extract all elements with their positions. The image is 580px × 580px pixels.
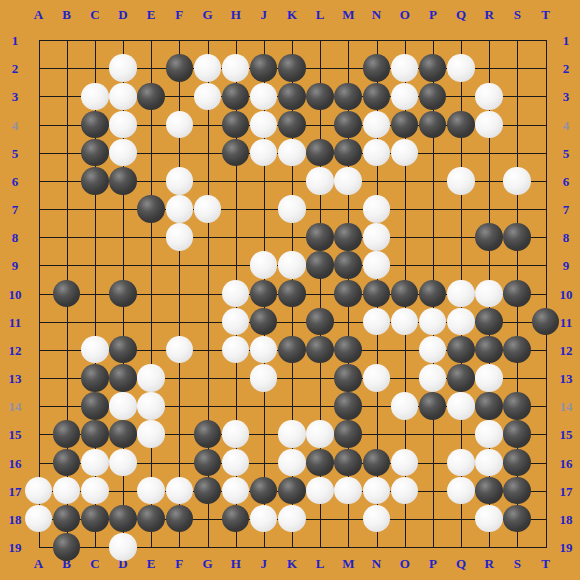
intersection-O19[interactable] (390, 533, 418, 561)
intersection-K4[interactable] (278, 110, 306, 138)
intersection-O2[interactable] (390, 54, 418, 82)
intersection-A19[interactable] (24, 533, 52, 561)
intersection-J5[interactable] (250, 139, 278, 167)
intersection-A13[interactable] (24, 364, 52, 392)
intersection-H15[interactable] (222, 420, 250, 448)
intersection-D11[interactable] (109, 307, 137, 335)
intersection-B6[interactable] (53, 167, 81, 195)
intersection-T17[interactable] (531, 476, 559, 504)
intersection-R6[interactable] (475, 167, 503, 195)
intersection-L15[interactable] (306, 420, 334, 448)
intersection-D8[interactable] (109, 223, 137, 251)
intersection-M16[interactable] (334, 448, 362, 476)
intersection-L9[interactable] (306, 251, 334, 279)
intersection-T14[interactable] (531, 392, 559, 420)
intersection-L18[interactable] (306, 505, 334, 533)
intersection-L6[interactable] (306, 167, 334, 195)
intersection-N3[interactable] (362, 82, 390, 110)
intersection-A7[interactable] (24, 195, 52, 223)
intersection-E15[interactable] (137, 420, 165, 448)
intersection-N7[interactable] (362, 195, 390, 223)
intersection-M10[interactable] (334, 279, 362, 307)
intersection-G13[interactable] (193, 364, 221, 392)
intersection-M8[interactable] (334, 223, 362, 251)
intersection-Q18[interactable] (447, 505, 475, 533)
intersection-H16[interactable] (222, 448, 250, 476)
intersection-N12[interactable] (362, 336, 390, 364)
intersection-M3[interactable] (334, 82, 362, 110)
intersection-J14[interactable] (250, 392, 278, 420)
intersection-E2[interactable] (137, 54, 165, 82)
intersection-G2[interactable] (193, 54, 221, 82)
intersection-T12[interactable] (531, 336, 559, 364)
intersection-R16[interactable] (475, 448, 503, 476)
intersection-K1[interactable] (278, 26, 306, 54)
intersection-L7[interactable] (306, 195, 334, 223)
intersection-P2[interactable] (419, 54, 447, 82)
intersection-S4[interactable] (503, 110, 531, 138)
intersection-M2[interactable] (334, 54, 362, 82)
intersection-N18[interactable] (362, 505, 390, 533)
intersection-O6[interactable] (390, 167, 418, 195)
intersection-Q5[interactable] (447, 139, 475, 167)
intersection-H3[interactable] (222, 82, 250, 110)
intersection-H13[interactable] (222, 364, 250, 392)
intersection-N5[interactable] (362, 139, 390, 167)
intersection-C8[interactable] (81, 223, 109, 251)
intersection-K16[interactable] (278, 448, 306, 476)
intersection-Q15[interactable] (447, 420, 475, 448)
intersection-J10[interactable] (250, 279, 278, 307)
intersection-P7[interactable] (419, 195, 447, 223)
intersection-B11[interactable] (53, 307, 81, 335)
intersection-D7[interactable] (109, 195, 137, 223)
intersection-J12[interactable] (250, 336, 278, 364)
intersection-J9[interactable] (250, 251, 278, 279)
intersection-K17[interactable] (278, 476, 306, 504)
intersection-Q7[interactable] (447, 195, 475, 223)
intersection-M4[interactable] (334, 110, 362, 138)
intersection-P17[interactable] (419, 476, 447, 504)
intersection-E3[interactable] (137, 82, 165, 110)
intersection-T1[interactable] (531, 26, 559, 54)
intersection-B12[interactable] (53, 336, 81, 364)
intersection-E7[interactable] (137, 195, 165, 223)
intersection-C16[interactable] (81, 448, 109, 476)
intersection-G1[interactable] (193, 26, 221, 54)
intersection-F12[interactable] (165, 336, 193, 364)
intersection-M13[interactable] (334, 364, 362, 392)
intersection-K6[interactable] (278, 167, 306, 195)
intersection-J2[interactable] (250, 54, 278, 82)
intersection-R9[interactable] (475, 251, 503, 279)
intersection-T3[interactable] (531, 82, 559, 110)
intersection-Q12[interactable] (447, 336, 475, 364)
intersection-N10[interactable] (362, 279, 390, 307)
intersection-F18[interactable] (165, 505, 193, 533)
intersection-R17[interactable] (475, 476, 503, 504)
intersection-G8[interactable] (193, 223, 221, 251)
intersection-J18[interactable] (250, 505, 278, 533)
intersection-O7[interactable] (390, 195, 418, 223)
intersection-B15[interactable] (53, 420, 81, 448)
intersection-O8[interactable] (390, 223, 418, 251)
intersection-D9[interactable] (109, 251, 137, 279)
intersection-M19[interactable] (334, 533, 362, 561)
intersection-B17[interactable] (53, 476, 81, 504)
intersection-H17[interactable] (222, 476, 250, 504)
intersection-E19[interactable] (137, 533, 165, 561)
intersection-C19[interactable] (81, 533, 109, 561)
intersection-P3[interactable] (419, 82, 447, 110)
intersection-O3[interactable] (390, 82, 418, 110)
intersection-P12[interactable] (419, 336, 447, 364)
intersection-J1[interactable] (250, 26, 278, 54)
intersection-R15[interactable] (475, 420, 503, 448)
intersection-Q3[interactable] (447, 82, 475, 110)
intersection-A9[interactable] (24, 251, 52, 279)
intersection-F14[interactable] (165, 392, 193, 420)
intersection-F1[interactable] (165, 26, 193, 54)
intersection-S18[interactable] (503, 505, 531, 533)
intersection-D10[interactable] (109, 279, 137, 307)
intersection-B9[interactable] (53, 251, 81, 279)
intersection-J16[interactable] (250, 448, 278, 476)
intersection-K10[interactable] (278, 279, 306, 307)
intersection-J11[interactable] (250, 307, 278, 335)
intersection-S17[interactable] (503, 476, 531, 504)
intersection-G14[interactable] (193, 392, 221, 420)
intersection-F7[interactable] (165, 195, 193, 223)
intersection-L3[interactable] (306, 82, 334, 110)
intersection-F17[interactable] (165, 476, 193, 504)
intersection-N19[interactable] (362, 533, 390, 561)
intersection-G15[interactable] (193, 420, 221, 448)
intersection-E18[interactable] (137, 505, 165, 533)
intersection-Q10[interactable] (447, 279, 475, 307)
intersection-B5[interactable] (53, 139, 81, 167)
intersection-R13[interactable] (475, 364, 503, 392)
intersection-C15[interactable] (81, 420, 109, 448)
intersection-T10[interactable] (531, 279, 559, 307)
intersection-E13[interactable] (137, 364, 165, 392)
intersection-H9[interactable] (222, 251, 250, 279)
intersection-T2[interactable] (531, 54, 559, 82)
intersection-J3[interactable] (250, 82, 278, 110)
intersection-B10[interactable] (53, 279, 81, 307)
intersection-A10[interactable] (24, 279, 52, 307)
intersection-M5[interactable] (334, 139, 362, 167)
intersection-R2[interactable] (475, 54, 503, 82)
intersection-L16[interactable] (306, 448, 334, 476)
intersection-R19[interactable] (475, 533, 503, 561)
intersection-A2[interactable] (24, 54, 52, 82)
intersection-S15[interactable] (503, 420, 531, 448)
intersection-P14[interactable] (419, 392, 447, 420)
intersection-O4[interactable] (390, 110, 418, 138)
intersection-A3[interactable] (24, 82, 52, 110)
intersection-D12[interactable] (109, 336, 137, 364)
intersection-H19[interactable] (222, 533, 250, 561)
intersection-D4[interactable] (109, 110, 137, 138)
intersection-N8[interactable] (362, 223, 390, 251)
intersection-P10[interactable] (419, 279, 447, 307)
intersection-E1[interactable] (137, 26, 165, 54)
intersection-B3[interactable] (53, 82, 81, 110)
intersection-G4[interactable] (193, 110, 221, 138)
intersection-O16[interactable] (390, 448, 418, 476)
intersection-E14[interactable] (137, 392, 165, 420)
intersection-O18[interactable] (390, 505, 418, 533)
intersection-T16[interactable] (531, 448, 559, 476)
intersection-T7[interactable] (531, 195, 559, 223)
intersection-H1[interactable] (222, 26, 250, 54)
intersection-A8[interactable] (24, 223, 52, 251)
intersection-Q11[interactable] (447, 307, 475, 335)
intersection-F15[interactable] (165, 420, 193, 448)
intersection-R3[interactable] (475, 82, 503, 110)
intersection-T5[interactable] (531, 139, 559, 167)
intersection-K5[interactable] (278, 139, 306, 167)
intersection-M11[interactable] (334, 307, 362, 335)
intersection-D17[interactable] (109, 476, 137, 504)
intersection-D6[interactable] (109, 167, 137, 195)
intersection-D3[interactable] (109, 82, 137, 110)
intersection-H12[interactable] (222, 336, 250, 364)
intersection-J17[interactable] (250, 476, 278, 504)
intersection-J7[interactable] (250, 195, 278, 223)
intersection-K18[interactable] (278, 505, 306, 533)
intersection-C18[interactable] (81, 505, 109, 533)
intersection-O13[interactable] (390, 364, 418, 392)
intersection-R4[interactable] (475, 110, 503, 138)
intersection-C17[interactable] (81, 476, 109, 504)
intersection-B2[interactable] (53, 54, 81, 82)
intersection-C5[interactable] (81, 139, 109, 167)
intersection-Q14[interactable] (447, 392, 475, 420)
intersection-A11[interactable] (24, 307, 52, 335)
intersection-H11[interactable] (222, 307, 250, 335)
intersection-L5[interactable] (306, 139, 334, 167)
intersection-Q17[interactable] (447, 476, 475, 504)
intersection-H2[interactable] (222, 54, 250, 82)
intersection-K3[interactable] (278, 82, 306, 110)
intersection-E5[interactable] (137, 139, 165, 167)
intersection-T8[interactable] (531, 223, 559, 251)
intersection-L17[interactable] (306, 476, 334, 504)
intersection-O17[interactable] (390, 476, 418, 504)
intersection-A4[interactable] (24, 110, 52, 138)
intersection-S14[interactable] (503, 392, 531, 420)
intersection-J4[interactable] (250, 110, 278, 138)
intersection-M18[interactable] (334, 505, 362, 533)
intersection-S3[interactable] (503, 82, 531, 110)
intersection-F19[interactable] (165, 533, 193, 561)
intersection-F11[interactable] (165, 307, 193, 335)
intersection-H14[interactable] (222, 392, 250, 420)
intersection-P5[interactable] (419, 139, 447, 167)
intersection-E17[interactable] (137, 476, 165, 504)
intersection-T9[interactable] (531, 251, 559, 279)
intersection-B7[interactable] (53, 195, 81, 223)
intersection-G12[interactable] (193, 336, 221, 364)
intersection-B4[interactable] (53, 110, 81, 138)
intersection-N9[interactable] (362, 251, 390, 279)
intersection-R12[interactable] (475, 336, 503, 364)
intersection-K13[interactable] (278, 364, 306, 392)
intersection-K8[interactable] (278, 223, 306, 251)
intersection-G11[interactable] (193, 307, 221, 335)
intersection-N1[interactable] (362, 26, 390, 54)
intersection-H18[interactable] (222, 505, 250, 533)
intersection-T6[interactable] (531, 167, 559, 195)
intersection-D5[interactable] (109, 139, 137, 167)
intersection-N14[interactable] (362, 392, 390, 420)
intersection-C13[interactable] (81, 364, 109, 392)
intersection-H10[interactable] (222, 279, 250, 307)
intersection-A15[interactable] (24, 420, 52, 448)
intersection-Q1[interactable] (447, 26, 475, 54)
intersection-K15[interactable] (278, 420, 306, 448)
intersection-S7[interactable] (503, 195, 531, 223)
intersection-C11[interactable] (81, 307, 109, 335)
intersection-A14[interactable] (24, 392, 52, 420)
intersection-P8[interactable] (419, 223, 447, 251)
intersection-J19[interactable] (250, 533, 278, 561)
intersection-O5[interactable] (390, 139, 418, 167)
intersection-Q16[interactable] (447, 448, 475, 476)
intersection-G17[interactable] (193, 476, 221, 504)
intersection-A6[interactable] (24, 167, 52, 195)
intersection-D13[interactable] (109, 364, 137, 392)
intersection-T13[interactable] (531, 364, 559, 392)
intersection-D15[interactable] (109, 420, 137, 448)
intersection-O9[interactable] (390, 251, 418, 279)
intersection-P18[interactable] (419, 505, 447, 533)
intersection-Q6[interactable] (447, 167, 475, 195)
intersection-R1[interactable] (475, 26, 503, 54)
intersection-A16[interactable] (24, 448, 52, 476)
intersection-G6[interactable] (193, 167, 221, 195)
intersection-T4[interactable] (531, 110, 559, 138)
intersection-D18[interactable] (109, 505, 137, 533)
intersection-M6[interactable] (334, 167, 362, 195)
intersection-R7[interactable] (475, 195, 503, 223)
intersection-S16[interactable] (503, 448, 531, 476)
intersection-N15[interactable] (362, 420, 390, 448)
intersection-B8[interactable] (53, 223, 81, 251)
intersection-P13[interactable] (419, 364, 447, 392)
intersection-L4[interactable] (306, 110, 334, 138)
intersection-N13[interactable] (362, 364, 390, 392)
intersection-S9[interactable] (503, 251, 531, 279)
intersection-F3[interactable] (165, 82, 193, 110)
intersection-P9[interactable] (419, 251, 447, 279)
intersection-L1[interactable] (306, 26, 334, 54)
intersection-E6[interactable] (137, 167, 165, 195)
intersection-H8[interactable] (222, 223, 250, 251)
intersection-G7[interactable] (193, 195, 221, 223)
intersection-N2[interactable] (362, 54, 390, 82)
intersection-Q13[interactable] (447, 364, 475, 392)
intersection-G5[interactable] (193, 139, 221, 167)
intersection-D14[interactable] (109, 392, 137, 420)
intersection-K19[interactable] (278, 533, 306, 561)
intersection-K7[interactable] (278, 195, 306, 223)
intersection-L10[interactable] (306, 279, 334, 307)
intersection-M7[interactable] (334, 195, 362, 223)
intersection-Q2[interactable] (447, 54, 475, 82)
intersection-P11[interactable] (419, 307, 447, 335)
intersection-K11[interactable] (278, 307, 306, 335)
intersection-C2[interactable] (81, 54, 109, 82)
intersection-J6[interactable] (250, 167, 278, 195)
intersection-Q8[interactable] (447, 223, 475, 251)
intersection-F10[interactable] (165, 279, 193, 307)
intersection-S10[interactable] (503, 279, 531, 307)
intersection-O1[interactable] (390, 26, 418, 54)
intersection-A1[interactable] (24, 26, 52, 54)
intersection-D2[interactable] (109, 54, 137, 82)
intersection-E4[interactable] (137, 110, 165, 138)
intersection-A12[interactable] (24, 336, 52, 364)
intersection-P6[interactable] (419, 167, 447, 195)
intersection-M12[interactable] (334, 336, 362, 364)
intersection-R14[interactable] (475, 392, 503, 420)
intersection-T15[interactable] (531, 420, 559, 448)
intersection-C7[interactable] (81, 195, 109, 223)
intersection-D1[interactable] (109, 26, 137, 54)
intersection-P4[interactable] (419, 110, 447, 138)
intersection-H6[interactable] (222, 167, 250, 195)
intersection-C12[interactable] (81, 336, 109, 364)
intersection-S1[interactable] (503, 26, 531, 54)
intersection-T11[interactable] (531, 307, 559, 335)
intersection-L14[interactable] (306, 392, 334, 420)
intersection-L19[interactable] (306, 533, 334, 561)
intersection-R11[interactable] (475, 307, 503, 335)
intersection-Q4[interactable] (447, 110, 475, 138)
intersection-R8[interactable] (475, 223, 503, 251)
intersection-S11[interactable] (503, 307, 531, 335)
intersection-L11[interactable] (306, 307, 334, 335)
intersection-D16[interactable] (109, 448, 137, 476)
intersection-C6[interactable] (81, 167, 109, 195)
intersection-K14[interactable] (278, 392, 306, 420)
intersection-C3[interactable] (81, 82, 109, 110)
intersection-D19[interactable] (109, 533, 137, 561)
intersection-M17[interactable] (334, 476, 362, 504)
intersection-L12[interactable] (306, 336, 334, 364)
intersection-F4[interactable] (165, 110, 193, 138)
intersection-J13[interactable] (250, 364, 278, 392)
intersection-C1[interactable] (81, 26, 109, 54)
intersection-E8[interactable] (137, 223, 165, 251)
intersection-S2[interactable] (503, 54, 531, 82)
intersection-G16[interactable] (193, 448, 221, 476)
intersection-A5[interactable] (24, 139, 52, 167)
intersection-J8[interactable] (250, 223, 278, 251)
intersection-G18[interactable] (193, 505, 221, 533)
intersection-G19[interactable] (193, 533, 221, 561)
intersection-A18[interactable] (24, 505, 52, 533)
intersection-L2[interactable] (306, 54, 334, 82)
intersection-J15[interactable] (250, 420, 278, 448)
intersection-E16[interactable] (137, 448, 165, 476)
intersection-N11[interactable] (362, 307, 390, 335)
intersection-F9[interactable] (165, 251, 193, 279)
intersection-B18[interactable] (53, 505, 81, 533)
